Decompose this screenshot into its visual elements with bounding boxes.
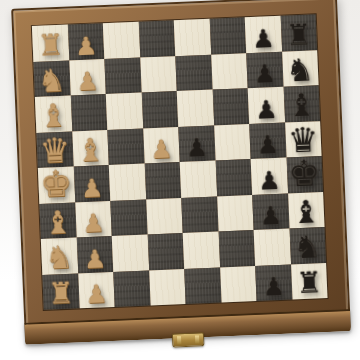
- square-g7: [254, 229, 291, 266]
- square-c5: [177, 90, 214, 127]
- white-pawn-e2-icon: ♟: [80, 176, 103, 201]
- square-b6: [211, 53, 248, 90]
- square-c2: [70, 94, 107, 131]
- square-d7: ♟: [249, 122, 286, 159]
- square-a5: [174, 19, 211, 56]
- square-c4: [141, 91, 178, 128]
- black-knight-g8-icon: ♞: [293, 232, 322, 263]
- square-h1: ♜: [42, 273, 79, 310]
- square-f7: ♟: [252, 193, 289, 230]
- square-h4: [149, 268, 186, 305]
- square-c7: ♟: [248, 87, 285, 124]
- white-king-e1-icon: ♚: [39, 167, 73, 203]
- square-g3: [112, 234, 149, 271]
- square-f1: ♝: [39, 202, 76, 239]
- square-d3: [107, 128, 144, 165]
- square-a7: ♟: [245, 16, 282, 53]
- square-f5: [181, 196, 218, 233]
- black-bishop-c8-icon: ♝: [287, 90, 316, 121]
- white-pawn-a2-icon: ♟: [74, 34, 97, 59]
- black-pawn-c7-icon: ♟: [255, 98, 278, 123]
- square-c3: [106, 93, 143, 130]
- black-pawn-h7-icon: ♟: [262, 275, 285, 300]
- square-e4: [144, 162, 181, 199]
- black-pawn-e7-icon: ♟: [258, 169, 281, 194]
- square-f6: [217, 195, 254, 232]
- black-rook-a8-icon: ♜: [285, 21, 312, 50]
- square-d6: [214, 124, 251, 161]
- square-a1: ♜: [32, 25, 69, 62]
- black-bishop-f8-icon: ♝: [292, 197, 321, 228]
- square-f3: [110, 199, 147, 236]
- box-front-edge: [24, 309, 351, 345]
- square-b7: ♟: [246, 51, 283, 88]
- square-d5: ♟: [178, 125, 215, 162]
- square-g2: ♟: [76, 236, 113, 273]
- square-g6: [218, 230, 255, 267]
- square-e8: ♚: [286, 156, 323, 193]
- square-f8: ♝: [288, 192, 325, 229]
- square-d1: ♛: [36, 131, 73, 168]
- square-e5: [180, 161, 217, 198]
- white-pawn-d4-icon: ♟: [150, 138, 173, 163]
- square-a6: [209, 17, 246, 54]
- square-a4: [138, 20, 175, 57]
- square-e7: ♟: [251, 158, 288, 195]
- square-h6: [220, 265, 257, 302]
- square-c6: [212, 88, 249, 125]
- square-a2: ♟: [67, 23, 104, 60]
- white-knight-g1-icon: ♞: [45, 243, 74, 274]
- square-h7: ♟: [255, 264, 292, 301]
- square-b2: ♟: [69, 59, 106, 96]
- square-b8: ♞: [282, 50, 319, 87]
- square-c8: ♝: [283, 85, 320, 122]
- square-d4: ♟: [143, 127, 180, 164]
- square-a8: ♜: [280, 14, 317, 51]
- chess-box-frame: ♜♟♟♜♞♟♟♞♝♟♝♛♝♟♟♟♛♚♟♟♚♝♟♟♝♞♟♞♜♟♟♜: [11, 0, 351, 343]
- black-king-e8-icon: ♚: [288, 156, 322, 192]
- white-pawn-h2-icon: ♟: [85, 282, 108, 307]
- black-pawn-d7-icon: ♟: [256, 133, 279, 158]
- square-b1: ♞: [33, 60, 70, 97]
- white-pawn-b2-icon: ♟: [76, 70, 99, 95]
- square-h8: ♜: [291, 263, 328, 300]
- square-e1: ♚: [38, 167, 75, 204]
- photo-scene: ♜♟♟♜♞♟♟♞♝♟♝♛♝♟♟♟♛♚♟♟♚♝♟♟♝♞♟♞♜♟♟♜: [0, 0, 360, 360]
- square-c1: ♝: [35, 96, 72, 133]
- square-b4: [140, 56, 177, 93]
- white-pawn-g2-icon: ♟: [83, 247, 106, 272]
- white-bishop-c1-icon: ♝: [39, 101, 68, 132]
- white-pawn-f2-icon: ♟: [82, 212, 105, 237]
- square-f4: [146, 198, 183, 235]
- black-pawn-a7-icon: ♟: [252, 27, 275, 52]
- square-a3: [103, 22, 140, 59]
- square-e3: [109, 164, 146, 201]
- square-h5: [184, 267, 221, 304]
- black-queen-d8-icon: ♛: [287, 123, 319, 157]
- black-pawn-d5-icon: ♟: [185, 136, 208, 161]
- white-queen-d1-icon: ♛: [39, 133, 71, 167]
- black-pawn-f7-icon: ♟: [259, 204, 282, 229]
- white-bishop-d2-icon: ♝: [76, 135, 105, 166]
- white-rook-a1-icon: ♜: [37, 32, 64, 61]
- black-knight-b8-icon: ♞: [286, 55, 315, 86]
- square-g8: ♞: [289, 227, 326, 264]
- square-d2: ♝: [72, 130, 109, 167]
- white-bishop-f1-icon: ♝: [43, 207, 72, 238]
- square-b3: [104, 57, 141, 94]
- square-f2: ♟: [75, 200, 112, 237]
- square-e2: ♟: [73, 165, 110, 202]
- square-h2: ♟: [78, 271, 115, 308]
- square-h3: [113, 270, 150, 307]
- black-rook-h8-icon: ♜: [296, 270, 323, 299]
- white-rook-h1-icon: ♜: [47, 280, 74, 309]
- black-pawn-b7-icon: ♟: [253, 62, 276, 87]
- brass-latch-icon: [172, 332, 205, 347]
- square-b5: [175, 54, 212, 91]
- square-g5: [183, 231, 220, 268]
- white-knight-b1-icon: ♞: [37, 65, 66, 96]
- chess-board: ♜♟♟♜♞♟♟♞♝♟♝♛♝♟♟♟♛♚♟♟♚♝♟♟♝♞♟♞♜♟♟♜: [31, 13, 329, 311]
- square-g4: [147, 233, 184, 270]
- square-g1: ♞: [41, 237, 78, 274]
- square-d8: ♛: [285, 121, 322, 158]
- square-e6: [215, 159, 252, 196]
